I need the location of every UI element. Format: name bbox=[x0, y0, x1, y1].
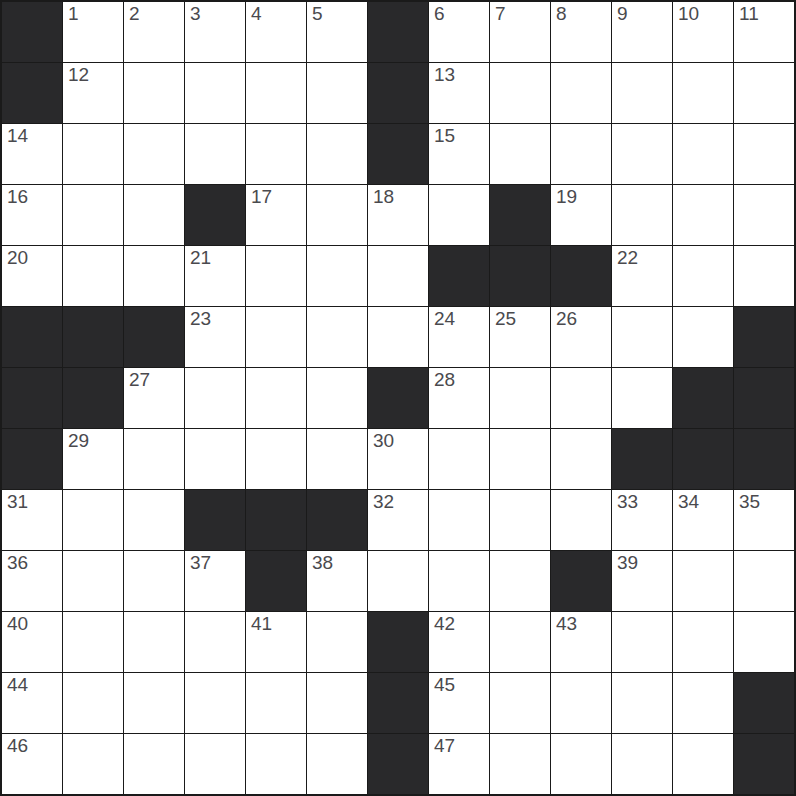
cell-r2c4[interactable] bbox=[246, 124, 306, 184]
black-cell-r5c0 bbox=[2, 307, 62, 367]
clue-number: 47 bbox=[434, 736, 455, 755]
black-cell-r2c6 bbox=[368, 124, 428, 184]
cell-r1c9[interactable] bbox=[551, 63, 611, 123]
cell-r3c1[interactable] bbox=[63, 185, 123, 245]
clue-number: 30 bbox=[373, 431, 394, 450]
black-cell-r0c0 bbox=[2, 2, 62, 62]
cell-r0c4[interactable]: 4 bbox=[246, 2, 306, 62]
cell-r4c12[interactable] bbox=[734, 246, 794, 306]
cell-r12c8[interactable] bbox=[490, 734, 550, 794]
cell-r8c10[interactable]: 33 bbox=[612, 490, 672, 550]
cell-r10c10[interactable] bbox=[612, 612, 672, 672]
cell-r9c11[interactable] bbox=[673, 551, 733, 611]
clue-number: 2 bbox=[129, 4, 140, 23]
cell-r4c6[interactable] bbox=[368, 246, 428, 306]
black-cell-r5c1 bbox=[63, 307, 123, 367]
cell-r4c5[interactable] bbox=[307, 246, 367, 306]
cell-r2c12[interactable] bbox=[734, 124, 794, 184]
clue-number: 5 bbox=[312, 4, 323, 23]
cell-r3c9[interactable]: 19 bbox=[551, 185, 611, 245]
black-cell-r1c6 bbox=[368, 63, 428, 123]
clue-number: 32 bbox=[373, 492, 394, 511]
cell-r9c1[interactable] bbox=[63, 551, 123, 611]
cell-r10c3[interactable] bbox=[185, 612, 245, 672]
cell-r6c5[interactable] bbox=[307, 368, 367, 428]
black-cell-r5c12 bbox=[734, 307, 794, 367]
cell-r8c12[interactable]: 35 bbox=[734, 490, 794, 550]
clue-number: 24 bbox=[434, 309, 455, 328]
black-cell-r7c11 bbox=[673, 429, 733, 489]
cell-r4c11[interactable] bbox=[673, 246, 733, 306]
cell-r3c7[interactable] bbox=[429, 185, 489, 245]
black-cell-r7c12 bbox=[734, 429, 794, 489]
cell-r6c2[interactable]: 27 bbox=[124, 368, 184, 428]
cell-r5c9[interactable]: 26 bbox=[551, 307, 611, 367]
cell-r3c12[interactable] bbox=[734, 185, 794, 245]
clue-number: 26 bbox=[556, 309, 577, 328]
clue-number: 17 bbox=[251, 187, 272, 206]
cell-r8c2[interactable] bbox=[124, 490, 184, 550]
cell-r4c4[interactable] bbox=[246, 246, 306, 306]
black-cell-r4c9 bbox=[551, 246, 611, 306]
cell-r11c10[interactable] bbox=[612, 673, 672, 733]
clue-number: 29 bbox=[68, 431, 89, 450]
cell-r10c11[interactable] bbox=[673, 612, 733, 672]
black-cell-r9c4 bbox=[246, 551, 306, 611]
clue-number: 8 bbox=[556, 4, 567, 23]
cell-r7c7[interactable] bbox=[429, 429, 489, 489]
cell-r10c7[interactable]: 42 bbox=[429, 612, 489, 672]
black-cell-r6c0 bbox=[2, 368, 62, 428]
cell-r9c0[interactable]: 36 bbox=[2, 551, 62, 611]
cell-r7c2[interactable] bbox=[124, 429, 184, 489]
cell-r7c9[interactable] bbox=[551, 429, 611, 489]
cell-r4c3[interactable]: 21 bbox=[185, 246, 245, 306]
cell-r10c8[interactable] bbox=[490, 612, 550, 672]
cell-r9c7[interactable] bbox=[429, 551, 489, 611]
clue-number: 19 bbox=[556, 187, 577, 206]
clue-number: 15 bbox=[434, 126, 455, 145]
cell-r7c1[interactable]: 29 bbox=[63, 429, 123, 489]
black-cell-r8c5 bbox=[307, 490, 367, 550]
clue-number: 38 bbox=[312, 553, 333, 572]
clue-number: 25 bbox=[495, 309, 516, 328]
cell-r11c4[interactable] bbox=[246, 673, 306, 733]
clue-number: 27 bbox=[129, 370, 150, 389]
clue-number: 3 bbox=[190, 4, 201, 23]
cell-r5c8[interactable]: 25 bbox=[490, 307, 550, 367]
black-cell-r11c6 bbox=[368, 673, 428, 733]
clue-number: 37 bbox=[190, 553, 211, 572]
clue-number: 18 bbox=[373, 187, 394, 206]
black-cell-r4c7 bbox=[429, 246, 489, 306]
clue-number: 28 bbox=[434, 370, 455, 389]
cell-r1c10[interactable] bbox=[612, 63, 672, 123]
cell-r11c5[interactable] bbox=[307, 673, 367, 733]
cell-r3c6[interactable]: 18 bbox=[368, 185, 428, 245]
cell-r10c9[interactable]: 43 bbox=[551, 612, 611, 672]
cell-r0c7[interactable]: 6 bbox=[429, 2, 489, 62]
cell-r12c3[interactable] bbox=[185, 734, 245, 794]
cell-r7c3[interactable] bbox=[185, 429, 245, 489]
cell-r3c11[interactable] bbox=[673, 185, 733, 245]
clue-number: 22 bbox=[617, 248, 638, 267]
crossword-grid: 1234567891011121314151617181920212223242… bbox=[0, 0, 796, 796]
clue-number: 44 bbox=[7, 675, 28, 694]
cell-r4c1[interactable] bbox=[63, 246, 123, 306]
cell-r0c10[interactable]: 9 bbox=[612, 2, 672, 62]
cell-r10c0[interactable]: 40 bbox=[2, 612, 62, 672]
clue-number: 9 bbox=[617, 4, 628, 23]
cell-r9c5[interactable]: 38 bbox=[307, 551, 367, 611]
clue-number: 41 bbox=[251, 614, 272, 633]
cell-r12c5[interactable] bbox=[307, 734, 367, 794]
black-cell-r8c3 bbox=[185, 490, 245, 550]
cell-r1c8[interactable] bbox=[490, 63, 550, 123]
cell-r0c3[interactable]: 3 bbox=[185, 2, 245, 62]
clue-number: 45 bbox=[434, 675, 455, 694]
cell-r8c0[interactable]: 31 bbox=[2, 490, 62, 550]
cell-r11c9[interactable] bbox=[551, 673, 611, 733]
clue-number: 35 bbox=[739, 492, 760, 511]
cell-r1c3[interactable] bbox=[185, 63, 245, 123]
cell-r4c0[interactable]: 20 bbox=[2, 246, 62, 306]
cell-r9c10[interactable]: 39 bbox=[612, 551, 672, 611]
clue-number: 1 bbox=[68, 4, 79, 23]
cell-r11c11[interactable] bbox=[673, 673, 733, 733]
cell-r5c10[interactable] bbox=[612, 307, 672, 367]
cell-r1c2[interactable] bbox=[124, 63, 184, 123]
cell-r12c9[interactable] bbox=[551, 734, 611, 794]
black-cell-r12c12 bbox=[734, 734, 794, 794]
cell-r11c2[interactable] bbox=[124, 673, 184, 733]
clue-number: 39 bbox=[617, 553, 638, 572]
cell-r3c5[interactable] bbox=[307, 185, 367, 245]
clue-number: 12 bbox=[68, 65, 89, 84]
clue-number: 10 bbox=[678, 4, 699, 23]
cell-r2c9[interactable] bbox=[551, 124, 611, 184]
cell-r12c11[interactable] bbox=[673, 734, 733, 794]
cell-r12c10[interactable] bbox=[612, 734, 672, 794]
cell-r3c2[interactable] bbox=[124, 185, 184, 245]
clue-number: 23 bbox=[190, 309, 211, 328]
cell-r6c7[interactable]: 28 bbox=[429, 368, 489, 428]
black-cell-r6c12 bbox=[734, 368, 794, 428]
cell-r1c5[interactable] bbox=[307, 63, 367, 123]
cell-r1c4[interactable] bbox=[246, 63, 306, 123]
clue-number: 33 bbox=[617, 492, 638, 511]
cell-r0c12[interactable]: 11 bbox=[734, 2, 794, 62]
cell-r6c4[interactable] bbox=[246, 368, 306, 428]
clue-number: 6 bbox=[434, 4, 445, 23]
cell-r1c7[interactable]: 13 bbox=[429, 63, 489, 123]
cell-r5c4[interactable] bbox=[246, 307, 306, 367]
cell-r6c3[interactable] bbox=[185, 368, 245, 428]
cell-r7c5[interactable] bbox=[307, 429, 367, 489]
cell-r10c1[interactable] bbox=[63, 612, 123, 672]
cell-r3c4[interactable]: 17 bbox=[246, 185, 306, 245]
cell-r5c6[interactable] bbox=[368, 307, 428, 367]
clue-number: 13 bbox=[434, 65, 455, 84]
cell-r10c5[interactable] bbox=[307, 612, 367, 672]
cell-r5c3[interactable]: 23 bbox=[185, 307, 245, 367]
cell-r8c6[interactable]: 32 bbox=[368, 490, 428, 550]
cell-r9c2[interactable] bbox=[124, 551, 184, 611]
clue-number: 42 bbox=[434, 614, 455, 633]
cell-r0c2[interactable]: 2 bbox=[124, 2, 184, 62]
black-cell-r7c10 bbox=[612, 429, 672, 489]
cell-r11c7[interactable]: 45 bbox=[429, 673, 489, 733]
cell-r2c1[interactable] bbox=[63, 124, 123, 184]
cell-r10c2[interactable] bbox=[124, 612, 184, 672]
black-cell-r12c6 bbox=[368, 734, 428, 794]
cell-r12c0[interactable]: 46 bbox=[2, 734, 62, 794]
cell-r4c2[interactable] bbox=[124, 246, 184, 306]
cell-r9c8[interactable] bbox=[490, 551, 550, 611]
cell-r0c11[interactable]: 10 bbox=[673, 2, 733, 62]
black-cell-r1c0 bbox=[2, 63, 62, 123]
cell-r2c2[interactable] bbox=[124, 124, 184, 184]
cell-r8c8[interactable] bbox=[490, 490, 550, 550]
black-cell-r9c9 bbox=[551, 551, 611, 611]
cell-r6c10[interactable] bbox=[612, 368, 672, 428]
black-cell-r11c12 bbox=[734, 673, 794, 733]
cell-r6c8[interactable] bbox=[490, 368, 550, 428]
cell-r7c8[interactable] bbox=[490, 429, 550, 489]
cell-r8c9[interactable] bbox=[551, 490, 611, 550]
black-cell-r6c6 bbox=[368, 368, 428, 428]
cell-r3c10[interactable] bbox=[612, 185, 672, 245]
cell-r0c5[interactable]: 5 bbox=[307, 2, 367, 62]
cell-r8c1[interactable] bbox=[63, 490, 123, 550]
cell-r5c7[interactable]: 24 bbox=[429, 307, 489, 367]
cell-r7c4[interactable] bbox=[246, 429, 306, 489]
clue-number: 14 bbox=[7, 126, 28, 145]
clue-number: 4 bbox=[251, 4, 262, 23]
clue-number: 46 bbox=[7, 736, 28, 755]
black-cell-r10c6 bbox=[368, 612, 428, 672]
cell-r12c2[interactable] bbox=[124, 734, 184, 794]
black-cell-r6c11 bbox=[673, 368, 733, 428]
cell-r0c9[interactable]: 8 bbox=[551, 2, 611, 62]
cell-r1c11[interactable] bbox=[673, 63, 733, 123]
cell-r11c3[interactable] bbox=[185, 673, 245, 733]
cell-r11c0[interactable]: 44 bbox=[2, 673, 62, 733]
clue-number: 40 bbox=[7, 614, 28, 633]
clue-number: 16 bbox=[7, 187, 28, 206]
cell-r5c11[interactable] bbox=[673, 307, 733, 367]
cell-r6c9[interactable] bbox=[551, 368, 611, 428]
black-cell-r7c0 bbox=[2, 429, 62, 489]
cell-r12c7[interactable]: 47 bbox=[429, 734, 489, 794]
cell-r9c6[interactable] bbox=[368, 551, 428, 611]
cell-r0c1[interactable]: 1 bbox=[63, 2, 123, 62]
black-cell-r6c1 bbox=[63, 368, 123, 428]
cell-r12c4[interactable] bbox=[246, 734, 306, 794]
cell-r7c6[interactable]: 30 bbox=[368, 429, 428, 489]
cell-r10c4[interactable]: 41 bbox=[246, 612, 306, 672]
cell-r2c0[interactable]: 14 bbox=[2, 124, 62, 184]
cell-r2c3[interactable] bbox=[185, 124, 245, 184]
cell-r2c7[interactable]: 15 bbox=[429, 124, 489, 184]
cell-r1c1[interactable]: 12 bbox=[63, 63, 123, 123]
black-cell-r4c8 bbox=[490, 246, 550, 306]
cell-r10c12[interactable] bbox=[734, 612, 794, 672]
black-cell-r0c6 bbox=[368, 2, 428, 62]
cell-r8c11[interactable]: 34 bbox=[673, 490, 733, 550]
cell-r5c5[interactable] bbox=[307, 307, 367, 367]
cell-r2c10[interactable] bbox=[612, 124, 672, 184]
clue-number: 31 bbox=[7, 492, 28, 511]
black-cell-r3c8 bbox=[490, 185, 550, 245]
clue-number: 21 bbox=[190, 248, 211, 267]
cell-r9c3[interactable]: 37 bbox=[185, 551, 245, 611]
cell-r1c12[interactable] bbox=[734, 63, 794, 123]
cell-r11c8[interactable] bbox=[490, 673, 550, 733]
cell-r8c7[interactable] bbox=[429, 490, 489, 550]
clue-number: 7 bbox=[495, 4, 506, 23]
black-cell-r8c4 bbox=[246, 490, 306, 550]
cell-r0c8[interactable]: 7 bbox=[490, 2, 550, 62]
cell-r3c0[interactable]: 16 bbox=[2, 185, 62, 245]
cell-r4c10[interactable]: 22 bbox=[612, 246, 672, 306]
clue-number: 11 bbox=[739, 4, 759, 23]
black-cell-r3c3 bbox=[185, 185, 245, 245]
cell-r12c1[interactable] bbox=[63, 734, 123, 794]
clue-number: 34 bbox=[678, 492, 699, 511]
black-cell-r5c2 bbox=[124, 307, 184, 367]
clue-number: 36 bbox=[7, 553, 28, 572]
clue-number: 43 bbox=[556, 614, 577, 633]
cell-r2c11[interactable] bbox=[673, 124, 733, 184]
cell-r2c5[interactable] bbox=[307, 124, 367, 184]
cell-r11c1[interactable] bbox=[63, 673, 123, 733]
clue-number: 20 bbox=[7, 248, 28, 267]
cell-r9c12[interactable] bbox=[734, 551, 794, 611]
cell-r2c8[interactable] bbox=[490, 124, 550, 184]
